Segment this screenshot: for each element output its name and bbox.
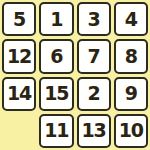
tile-12[interactable]: 12 <box>2 39 36 73</box>
tile-9[interactable]: 9 <box>114 77 148 111</box>
tile-7[interactable]: 7 <box>77 39 111 73</box>
tile-6[interactable]: 6 <box>39 39 73 73</box>
tile-11[interactable]: 11 <box>39 114 73 148</box>
tile-14[interactable]: 14 <box>2 77 36 111</box>
blank-cell <box>2 114 36 148</box>
tile-13[interactable]: 13 <box>77 114 111 148</box>
tile-2[interactable]: 2 <box>77 77 111 111</box>
tile-1[interactable]: 1 <box>39 2 73 36</box>
tile-5[interactable]: 5 <box>2 2 36 36</box>
tile-15[interactable]: 15 <box>39 77 73 111</box>
tile-4[interactable]: 4 <box>114 2 148 36</box>
tile-10[interactable]: 10 <box>114 114 148 148</box>
tile-3[interactable]: 3 <box>77 2 111 36</box>
tile-8[interactable]: 8 <box>114 39 148 73</box>
puzzle-board: 513412678141529111310 <box>0 0 150 150</box>
